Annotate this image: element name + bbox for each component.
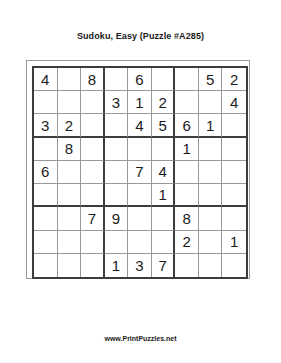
- given-digit: 1: [206, 118, 214, 133]
- given-digit: 6: [41, 164, 49, 179]
- cell-r5c1[interactable]: 6: [34, 161, 58, 184]
- cell-r8c1[interactable]: [34, 231, 58, 254]
- cell-r6c5[interactable]: [128, 184, 152, 207]
- given-digit: 5: [158, 118, 166, 133]
- cell-r9c1[interactable]: [34, 254, 58, 277]
- cell-r1c5[interactable]: 6: [128, 68, 152, 91]
- cell-r8c8[interactable]: [199, 231, 223, 254]
- page-title: Sudoku, Easy (Puzzle #A285): [0, 31, 281, 41]
- cell-r3c1[interactable]: 3: [34, 114, 58, 137]
- given-digit: 4: [230, 95, 238, 110]
- cell-r2c7[interactable]: [175, 91, 199, 114]
- cell-r5c4[interactable]: [105, 161, 129, 184]
- given-digit: 7: [135, 164, 143, 179]
- given-digit: 3: [112, 95, 120, 110]
- cell-r7c6[interactable]: [152, 207, 176, 230]
- cell-r7c9[interactable]: [222, 207, 246, 230]
- given-digit: 8: [182, 211, 190, 226]
- cell-r1c4[interactable]: [105, 68, 129, 91]
- given-digit: 1: [112, 258, 120, 273]
- cell-r1c9[interactable]: 2: [222, 68, 246, 91]
- given-digit: 6: [182, 118, 190, 133]
- cell-r7c8[interactable]: [199, 207, 223, 230]
- cell-r6c4[interactable]: [105, 184, 129, 207]
- cell-r1c6[interactable]: [152, 68, 176, 91]
- cell-r9c6[interactable]: 7: [152, 254, 176, 277]
- cell-r5c8[interactable]: [199, 161, 223, 184]
- cell-r9c7[interactable]: [175, 254, 199, 277]
- given-digit: 1: [230, 234, 238, 249]
- cell-r2c6[interactable]: 2: [152, 91, 176, 114]
- cell-r6c6[interactable]: 1: [152, 184, 176, 207]
- cell-r4c6[interactable]: [152, 138, 176, 161]
- cell-r3c5[interactable]: 4: [128, 114, 152, 137]
- given-digit: 3: [135, 258, 143, 273]
- cell-r8c9[interactable]: 1: [222, 231, 246, 254]
- cell-r1c7[interactable]: [175, 68, 199, 91]
- cell-r9c2[interactable]: [58, 254, 82, 277]
- given-digit: 2: [158, 95, 166, 110]
- cell-r5c9[interactable]: [222, 161, 246, 184]
- cell-r4c8[interactable]: [199, 138, 223, 161]
- cell-r7c5[interactable]: [128, 207, 152, 230]
- given-digit: 1: [182, 141, 190, 156]
- cell-r6c2[interactable]: [58, 184, 82, 207]
- cell-r1c8[interactable]: 5: [199, 68, 223, 91]
- cell-r8c7[interactable]: 2: [175, 231, 199, 254]
- given-digit: 4: [135, 118, 143, 133]
- cell-r6c1[interactable]: [34, 184, 58, 207]
- cell-r4c7[interactable]: 1: [175, 138, 199, 161]
- given-digit: 7: [88, 211, 96, 226]
- given-digit: 9: [112, 211, 120, 226]
- cell-r3c8[interactable]: 1: [199, 114, 223, 137]
- cell-r1c3[interactable]: 8: [81, 68, 105, 91]
- cell-r6c3[interactable]: [81, 184, 105, 207]
- cell-r4c5[interactable]: [128, 138, 152, 161]
- given-digit: 1: [158, 187, 166, 202]
- given-digit: 8: [88, 72, 96, 87]
- cell-r4c1[interactable]: [34, 138, 58, 161]
- cell-r4c9[interactable]: [222, 138, 246, 161]
- given-digit: 3: [41, 118, 49, 133]
- cell-r3c2[interactable]: 2: [58, 114, 82, 137]
- cell-r2c3[interactable]: [81, 91, 105, 114]
- cell-r5c2[interactable]: [58, 161, 82, 184]
- sudoku-grid: 48652312432456181674179821137: [32, 66, 248, 279]
- cell-r2c4[interactable]: 3: [105, 91, 129, 114]
- given-digit: 7: [158, 258, 166, 273]
- cell-r2c1[interactable]: [34, 91, 58, 114]
- cell-r6c7[interactable]: [175, 184, 199, 207]
- cell-r8c4[interactable]: [105, 231, 129, 254]
- cell-r3c7[interactable]: 6: [175, 114, 199, 137]
- footer-url: www.PrintPuzzles.net: [0, 335, 281, 342]
- cell-r4c3[interactable]: [81, 138, 105, 161]
- cell-r7c4[interactable]: 9: [105, 207, 129, 230]
- cell-r8c6[interactable]: [152, 231, 176, 254]
- cell-r9c3[interactable]: [81, 254, 105, 277]
- cell-r3c9[interactable]: [222, 114, 246, 137]
- given-digit: 2: [65, 118, 73, 133]
- cell-r9c5[interactable]: 3: [128, 254, 152, 277]
- cell-r8c5[interactable]: [128, 231, 152, 254]
- cell-r5c3[interactable]: [81, 161, 105, 184]
- cell-r3c6[interactable]: 5: [152, 114, 176, 137]
- cell-r3c3[interactable]: [81, 114, 105, 137]
- cell-r6c8[interactable]: [199, 184, 223, 207]
- cell-r4c4[interactable]: [105, 138, 129, 161]
- given-digit: 8: [65, 141, 73, 156]
- cell-r7c2[interactable]: [58, 207, 82, 230]
- cell-r4c2[interactable]: 8: [58, 138, 82, 161]
- cell-r6c9[interactable]: [222, 184, 246, 207]
- cell-r9c9[interactable]: [222, 254, 246, 277]
- given-digit: 2: [230, 72, 238, 87]
- cell-r8c2[interactable]: [58, 231, 82, 254]
- cell-r9c8[interactable]: [199, 254, 223, 277]
- given-digit: 5: [206, 72, 214, 87]
- cell-r5c5[interactable]: 7: [128, 161, 152, 184]
- cell-r9c4[interactable]: 1: [105, 254, 129, 277]
- cell-r7c7[interactable]: 8: [175, 207, 199, 230]
- cell-r2c9[interactable]: 4: [222, 91, 246, 114]
- cell-r7c1[interactable]: [34, 207, 58, 230]
- given-digit: 4: [41, 72, 49, 87]
- given-digit: 4: [158, 164, 166, 179]
- cell-r2c5[interactable]: 1: [128, 91, 152, 114]
- cell-r5c6[interactable]: 4: [152, 161, 176, 184]
- given-digit: 1: [135, 95, 143, 110]
- given-digit: 6: [135, 72, 143, 87]
- given-digit: 2: [182, 234, 190, 249]
- cell-r3c4[interactable]: [105, 114, 129, 137]
- cell-r8c3[interactable]: [81, 231, 105, 254]
- cell-r5c7[interactable]: [175, 161, 199, 184]
- cell-r2c2[interactable]: [58, 91, 82, 114]
- cell-r7c3[interactable]: 7: [81, 207, 105, 230]
- cell-r1c2[interactable]: [58, 68, 82, 91]
- cell-r2c8[interactable]: [199, 91, 223, 114]
- cell-r1c1[interactable]: 4: [34, 68, 58, 91]
